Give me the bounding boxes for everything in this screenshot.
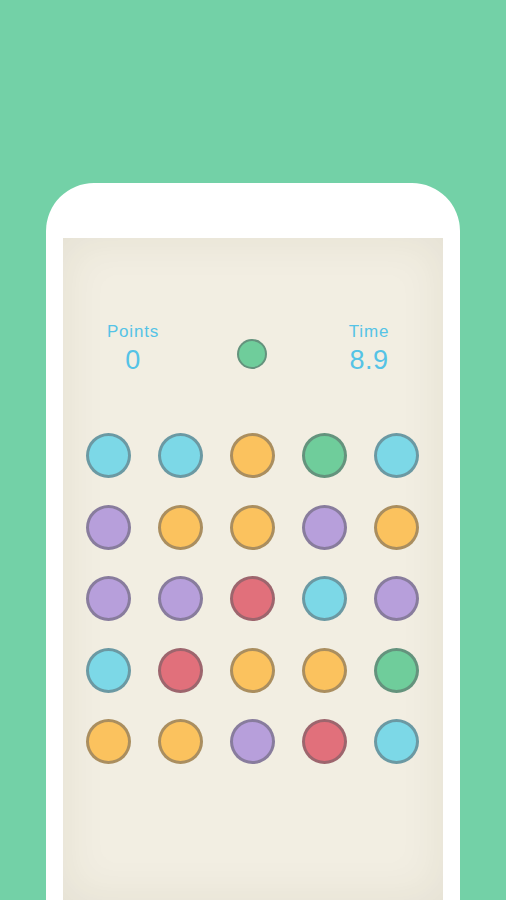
dot-orange-r4c3[interactable] — [230, 648, 275, 693]
dot-orange-r2c2[interactable] — [158, 505, 203, 550]
dot-orange-r2c3[interactable] — [230, 505, 275, 550]
grid-cell-r3c2 — [144, 563, 216, 635]
dot-orange-r2c5[interactable] — [374, 505, 419, 550]
grid-cell-r4c3 — [216, 635, 288, 707]
game-screen: Points 0 Time 8.9 — [63, 238, 443, 900]
dot-orange-r4c4[interactable] — [302, 648, 347, 693]
grid-cell-r5c4 — [288, 706, 360, 778]
grid-cell-r5c2 — [144, 706, 216, 778]
grid-cell-r2c1 — [72, 492, 144, 564]
dot-blue-r1c2[interactable] — [158, 433, 203, 478]
dot-blue-r5c5[interactable] — [374, 719, 419, 764]
dot-purple-r3c1[interactable] — [86, 576, 131, 621]
dot-green-r4c5[interactable] — [374, 648, 419, 693]
grid-cell-r4c2 — [144, 635, 216, 707]
grid-cell-r2c3 — [216, 492, 288, 564]
dot-purple-r3c5[interactable] — [374, 576, 419, 621]
grid-cell-r4c5 — [360, 635, 432, 707]
grid-cell-r5c5 — [360, 706, 432, 778]
grid-cell-r1c4 — [288, 420, 360, 492]
time-block: Time 8.9 — [315, 322, 423, 376]
next-color-indicator-dot — [237, 339, 267, 369]
dot-grid — [72, 420, 432, 778]
grid-cell-r4c1 — [72, 635, 144, 707]
phone-frame: Points 0 Time 8.9 — [46, 183, 460, 900]
grid-cell-r3c1 — [72, 563, 144, 635]
grid-cell-r1c2 — [144, 420, 216, 492]
dot-purple-r3c2[interactable] — [158, 576, 203, 621]
dot-red-r3c3[interactable] — [230, 576, 275, 621]
points-value: 0 — [83, 345, 183, 376]
grid-cell-r3c5 — [360, 563, 432, 635]
grid-cell-r1c5 — [360, 420, 432, 492]
grid-cell-r5c1 — [72, 706, 144, 778]
grid-cell-r4c4 — [288, 635, 360, 707]
dot-blue-r1c5[interactable] — [374, 433, 419, 478]
dot-green-r1c4[interactable] — [302, 433, 347, 478]
grid-cell-r3c3 — [216, 563, 288, 635]
grid-cell-r3c4 — [288, 563, 360, 635]
dot-purple-r5c3[interactable] — [230, 719, 275, 764]
dot-blue-r3c4[interactable] — [302, 576, 347, 621]
grid-cell-r1c1 — [72, 420, 144, 492]
grid-cell-r5c3 — [216, 706, 288, 778]
grid-cell-r1c3 — [216, 420, 288, 492]
dot-red-r4c2[interactable] — [158, 648, 203, 693]
time-label: Time — [315, 322, 423, 342]
grid-cell-r2c2 — [144, 492, 216, 564]
time-value: 8.9 — [315, 345, 423, 376]
points-label: Points — [83, 322, 183, 342]
dot-blue-r4c1[interactable] — [86, 648, 131, 693]
grid-cell-r2c4 — [288, 492, 360, 564]
dot-orange-r5c2[interactable] — [158, 719, 203, 764]
dot-red-r5c4[interactable] — [302, 719, 347, 764]
dot-purple-r2c1[interactable] — [86, 505, 131, 550]
grid-cell-r2c5 — [360, 492, 432, 564]
dot-blue-r1c1[interactable] — [86, 433, 131, 478]
dot-orange-r1c3[interactable] — [230, 433, 275, 478]
dot-purple-r2c4[interactable] — [302, 505, 347, 550]
points-block: Points 0 — [83, 322, 183, 376]
dot-orange-r5c1[interactable] — [86, 719, 131, 764]
